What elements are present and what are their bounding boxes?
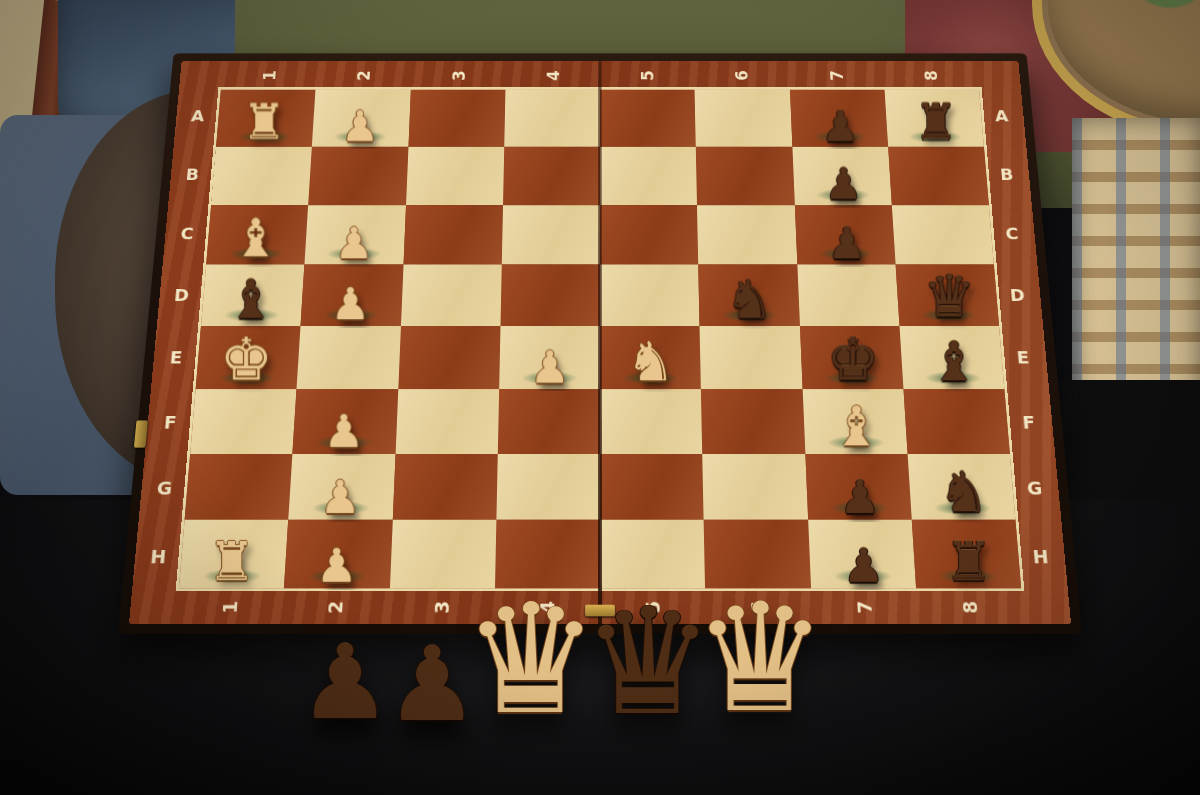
square-d1[interactable]: ♝ — [201, 265, 305, 326]
piece-white-bishop-c1[interactable]: ♝ — [206, 212, 304, 265]
piece-white-pawn-c2[interactable]: ♟ — [305, 221, 403, 265]
label-file-right-A: A — [982, 87, 1023, 144]
piece-white-pawn-g2[interactable]: ♟ — [289, 474, 393, 520]
square-e6[interactable] — [700, 326, 802, 389]
square-g4[interactable] — [496, 454, 600, 520]
piece-white-knight-e5[interactable]: ♞ — [600, 335, 701, 389]
board-coordinate-border: 12345678 12345678 ABCDEFGH ABCDEFGH ♜♟♟♜… — [129, 61, 1071, 624]
square-b6[interactable] — [696, 147, 794, 205]
square-h8[interactable]: ♜ — [912, 520, 1022, 588]
square-g5[interactable] — [600, 454, 704, 520]
square-b3[interactable] — [406, 147, 504, 205]
label-file-right-E: E — [1002, 326, 1045, 390]
square-e5[interactable]: ♞ — [600, 326, 701, 389]
piece-black-knight-d6[interactable]: ♞ — [700, 273, 800, 326]
square-d6[interactable]: ♞ — [698, 265, 799, 326]
square-e1[interactable]: ♚ — [196, 326, 301, 389]
square-g8[interactable]: ♞ — [907, 454, 1015, 520]
piece-black-rook-h8[interactable]: ♜ — [916, 535, 1021, 588]
square-d5[interactable] — [600, 265, 700, 326]
label-file-right-H: H — [1018, 522, 1064, 591]
label-file-left-H: H — [136, 522, 182, 591]
piece-black-pawn-g7[interactable]: ♟ — [808, 474, 912, 520]
label-file-left-F: F — [149, 390, 193, 455]
label-file-left-E: E — [155, 326, 198, 390]
piece-white-rook-a1[interactable]: ♜ — [216, 98, 312, 147]
square-g6[interactable] — [702, 454, 807, 520]
square-g2[interactable]: ♟ — [288, 454, 395, 520]
piece-white-king-e1[interactable]: ♚ — [196, 330, 297, 389]
label-file-right-B: B — [986, 145, 1028, 204]
piece-black-bishop-d1[interactable]: ♝ — [201, 273, 301, 326]
label-rank-top-3: 3 — [443, 34, 474, 117]
square-d2[interactable]: ♟ — [301, 265, 403, 326]
square-g3[interactable] — [392, 454, 497, 520]
piece-black-pawn-b7[interactable]: ♟ — [794, 162, 891, 205]
square-h2[interactable]: ♟ — [284, 520, 392, 588]
piece-white-pawn-f2[interactable]: ♟ — [293, 408, 395, 453]
piece-black-king-e7[interactable]: ♚ — [802, 330, 903, 389]
square-e8[interactable]: ♝ — [899, 326, 1004, 389]
square-f4[interactable] — [498, 389, 600, 454]
square-b4[interactable] — [503, 147, 600, 205]
square-f8[interactable] — [903, 389, 1010, 454]
square-c5[interactable] — [600, 205, 698, 265]
square-a8[interactable]: ♜ — [884, 90, 984, 147]
square-e7[interactable]: ♚ — [800, 326, 904, 389]
square-b7[interactable]: ♟ — [792, 147, 892, 205]
piece-black-pawn-a7[interactable]: ♟ — [792, 104, 888, 146]
square-c6[interactable] — [697, 205, 797, 265]
square-h1[interactable]: ♜ — [179, 520, 289, 588]
piece-black-pawn-c7[interactable]: ♟ — [797, 221, 895, 265]
label-file-left-A: A — [177, 87, 218, 144]
label-file-left-G: G — [142, 455, 187, 522]
square-f6[interactable] — [701, 389, 805, 454]
square-f1[interactable] — [190, 389, 297, 454]
label-file-right-G: G — [1013, 455, 1058, 522]
square-f7[interactable]: ♝ — [802, 389, 907, 454]
square-d3[interactable] — [400, 265, 501, 326]
square-b1[interactable] — [211, 147, 312, 205]
square-b8[interactable] — [888, 147, 989, 205]
captured-black-pawn-1[interactable]: ♟ — [298, 630, 391, 734]
square-c8[interactable] — [892, 205, 994, 265]
square-c4[interactable] — [502, 205, 600, 265]
label-file-right-D: D — [997, 264, 1040, 326]
label-file-left-D: D — [161, 264, 204, 326]
label-rank-top-4: 4 — [538, 34, 567, 117]
label-file-left-C: C — [166, 204, 208, 264]
square-b5[interactable] — [600, 147, 697, 205]
piece-black-knight-g8[interactable]: ♞ — [911, 464, 1015, 520]
piece-black-bishop-e8[interactable]: ♝ — [903, 335, 1004, 389]
square-e2[interactable] — [297, 326, 401, 389]
square-c1[interactable]: ♝ — [206, 205, 308, 265]
square-e4[interactable]: ♟ — [499, 326, 600, 389]
wicker-basket — [1072, 118, 1200, 420]
label-file-right-F: F — [1007, 390, 1051, 455]
piece-white-rook-h1[interactable]: ♜ — [179, 535, 284, 588]
square-d4[interactable] — [500, 265, 600, 326]
piece-white-pawn-h2[interactable]: ♟ — [284, 542, 389, 589]
square-a1[interactable]: ♜ — [216, 90, 316, 147]
piece-black-rook-a8[interactable]: ♜ — [888, 98, 984, 147]
square-d8[interactable]: ♛ — [895, 265, 999, 326]
square-d7[interactable] — [797, 265, 899, 326]
square-b2[interactable] — [308, 147, 408, 205]
label-rank-top-6: 6 — [726, 34, 757, 117]
square-e3[interactable] — [398, 326, 500, 389]
label-file-left-B: B — [172, 145, 214, 204]
square-f2[interactable]: ♟ — [293, 389, 398, 454]
square-f3[interactable] — [395, 389, 499, 454]
square-c7[interactable]: ♟ — [794, 205, 895, 265]
square-f5[interactable] — [600, 389, 702, 454]
square-c2[interactable]: ♟ — [305, 205, 406, 265]
label-rank-top-5: 5 — [633, 34, 662, 117]
square-g1[interactable] — [185, 454, 293, 520]
piece-black-queen-d8[interactable]: ♛ — [899, 268, 999, 326]
label-file-right-C: C — [991, 204, 1033, 264]
chess-board-scene: 12345678 12345678 ABCDEFGH ABCDEFGH ♜♟♟♜… — [118, 0, 1082, 634]
piece-white-pawn-e4[interactable]: ♟ — [499, 344, 600, 389]
piece-white-bishop-f7[interactable]: ♝ — [805, 399, 907, 454]
piece-white-pawn-a2[interactable]: ♟ — [312, 104, 408, 146]
square-c3[interactable] — [403, 205, 503, 265]
captured-white-queen-5[interactable]: ♛ — [693, 583, 827, 733]
square-g7[interactable]: ♟ — [805, 454, 912, 520]
captured-white-queen-3[interactable]: ♛ — [463, 584, 599, 736]
chess-board: 12345678 12345678 ABCDEFGH ABCDEFGH ♜♟♟♜… — [118, 53, 1082, 634]
scene: 12345678 12345678 ABCDEFGH ABCDEFGH ♜♟♟♜… — [0, 0, 1200, 795]
piece-white-pawn-d2[interactable]: ♟ — [301, 282, 401, 326]
